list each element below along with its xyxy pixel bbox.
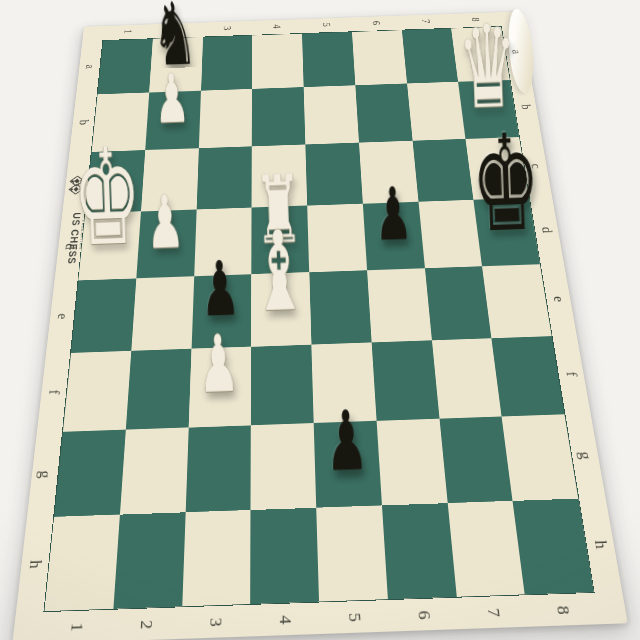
square-e4[interactable]: ♝	[251, 272, 311, 346]
square-b2[interactable]: ♟	[145, 91, 201, 150]
square-b3[interactable]	[199, 89, 253, 148]
file-label-right-c: c	[497, 156, 574, 175]
piece-white-pawn-b2[interactable]: ♟	[153, 66, 190, 135]
perspective-wrapper: 12345678 12345678 abcdefgh abcdefgh	[0, 0, 640, 640]
photo-background: 12345678 12345678 abcdefgh abcdefgh	[0, 0, 640, 640]
rank-label-bottom-5: 5	[339, 581, 369, 640]
piece-white-pawn-f3[interactable]: ♟	[197, 325, 241, 405]
square-f3[interactable]: ♟	[188, 346, 251, 427]
file-label-right-b: b	[489, 98, 563, 116]
rank-label-bottom-3: 3	[201, 586, 229, 640]
square-b5[interactable]	[304, 85, 359, 144]
square-b4[interactable]	[252, 87, 305, 146]
square-d6[interactable]: ♟	[363, 202, 425, 270]
file-label-right-d: d	[507, 220, 587, 241]
square-e6[interactable]	[367, 268, 432, 342]
rank-label-bottom-4: 4	[271, 583, 299, 640]
square-f7[interactable]	[431, 338, 501, 418]
rank-label-top-3: 3	[218, 9, 236, 47]
square-b7[interactable]	[407, 82, 466, 141]
us-chess-logo-icon	[64, 175, 90, 195]
piece-white-pawn-d2[interactable]: ♟	[145, 186, 185, 260]
file-label-right-a: a	[481, 43, 552, 60]
square-f6[interactable]	[371, 340, 439, 420]
file-label-left-h: h	[0, 550, 82, 579]
square-d5[interactable]	[307, 204, 367, 272]
square-f2[interactable]	[126, 349, 192, 430]
rank-label-top-4: 4	[268, 8, 286, 46]
square-e5[interactable]	[309, 270, 371, 344]
square-g2[interactable]	[120, 427, 189, 515]
chess-mat: 12345678 12345678 abcdefgh abcdefgh	[12, 12, 628, 640]
piece-white-bishop-e4[interactable]: ♝	[249, 216, 310, 328]
square-c7[interactable]	[412, 139, 473, 202]
piece-black-pawn-g5[interactable]: ♟	[324, 400, 370, 484]
rank-label-top-2: 2	[168, 11, 187, 49]
rank-label-top-5: 5	[317, 6, 336, 44]
file-label-right-e: e	[517, 288, 601, 310]
square-e2[interactable]	[131, 276, 194, 350]
square-d2[interactable]: ♟	[136, 210, 196, 279]
file-label-left-e: e	[21, 305, 103, 328]
file-label-left-g: g	[0, 461, 89, 488]
file-label-left-a: a	[54, 58, 125, 75]
piece-black-pawn-d6[interactable]: ♟	[373, 178, 413, 252]
rank-label-top-7: 7	[415, 2, 436, 40]
square-g4[interactable]	[251, 423, 317, 511]
square-g5[interactable]: ♟	[314, 420, 382, 508]
rank-label-bottom-2: 2	[130, 588, 161, 640]
square-c3[interactable]	[196, 146, 252, 210]
file-label-right-h: h	[553, 530, 640, 559]
square-f4[interactable]	[251, 344, 314, 424]
file-label-left-f: f	[11, 380, 97, 405]
square-g3[interactable]	[185, 425, 251, 513]
square-b6[interactable]	[355, 83, 412, 142]
square-c5[interactable]	[305, 142, 362, 205]
rank-label-top-1: 1	[118, 13, 138, 51]
square-e7[interactable]	[425, 266, 492, 340]
file-label-right-g: g	[540, 442, 631, 468]
file-label-right-f: f	[528, 362, 615, 386]
file-label-left-b: b	[47, 113, 120, 131]
square-g7[interactable]	[439, 416, 513, 503]
square-g6[interactable]	[376, 418, 447, 505]
rank-label-top-6: 6	[366, 4, 386, 42]
